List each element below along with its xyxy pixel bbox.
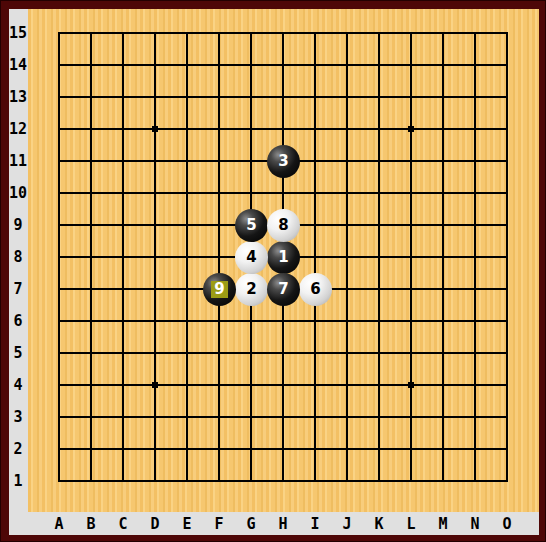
row-label-2: 2 xyxy=(8,440,28,458)
star-point-D12 xyxy=(152,126,158,132)
move-number: 7 xyxy=(278,282,288,297)
star-point-L4 xyxy=(408,382,414,388)
col-label-O: O xyxy=(495,514,519,534)
row-label-12: 12 xyxy=(8,120,28,138)
col-label-A: A xyxy=(47,514,71,534)
row-label-5: 5 xyxy=(8,344,28,362)
col-label-H: H xyxy=(271,514,295,534)
stone-black-3-H11[interactable]: 3 xyxy=(267,145,300,178)
go-board-window: 151413121110987654321 123456789 ABCDEFGH… xyxy=(0,0,546,542)
row-label-3: 3 xyxy=(8,408,28,426)
go-board[interactable]: 123456789 xyxy=(28,9,539,512)
col-label-B: B xyxy=(79,514,103,534)
row-label-8: 8 xyxy=(8,248,28,266)
move-number: 8 xyxy=(278,218,288,233)
col-label-C: C xyxy=(111,514,135,534)
row-label-11: 11 xyxy=(8,152,28,170)
star-point-L12 xyxy=(408,126,414,132)
col-label-L: L xyxy=(399,514,423,534)
col-label-G: G xyxy=(239,514,263,534)
col-label-I: I xyxy=(303,514,327,534)
col-label-M: M xyxy=(431,514,455,534)
col-label-K: K xyxy=(367,514,391,534)
row-label-15: 15 xyxy=(8,24,28,42)
move-number: 4 xyxy=(246,250,256,265)
row-label-6: 6 xyxy=(8,312,28,330)
row-label-7: 7 xyxy=(8,280,28,298)
board-grid[interactable]: 123456789 xyxy=(58,32,508,482)
move-number: 3 xyxy=(278,154,288,169)
stone-white-4-G8[interactable]: 4 xyxy=(235,241,268,274)
move-number: 6 xyxy=(310,282,320,297)
col-label-J: J xyxy=(335,514,359,534)
row-label-14: 14 xyxy=(8,56,28,74)
row-label-10: 10 xyxy=(8,184,28,202)
row-label-9: 9 xyxy=(8,216,28,234)
stone-white-2-G7[interactable]: 2 xyxy=(235,273,268,306)
move-number: 5 xyxy=(246,218,256,233)
row-label-1: 1 xyxy=(8,472,28,490)
move-number: 1 xyxy=(278,250,288,265)
move-number: 2 xyxy=(246,282,256,297)
col-label-N: N xyxy=(463,514,487,534)
stone-white-8-H9[interactable]: 8 xyxy=(267,209,300,242)
column-labels-strip: ABCDEFGHIJKLMNO xyxy=(9,512,539,535)
row-label-4: 4 xyxy=(8,376,28,394)
stone-black-5-G9[interactable]: 5 xyxy=(235,209,268,242)
last-move-number: 9 xyxy=(211,281,227,298)
star-point-D4 xyxy=(152,382,158,388)
col-label-D: D xyxy=(143,514,167,534)
row-labels-strip: 151413121110987654321 xyxy=(9,9,28,512)
stone-black-1-H8[interactable]: 1 xyxy=(267,241,300,274)
col-label-E: E xyxy=(175,514,199,534)
stone-white-6-I7[interactable]: 6 xyxy=(299,273,332,306)
row-label-13: 13 xyxy=(8,88,28,106)
col-label-F: F xyxy=(207,514,231,534)
board-area: 151413121110987654321 123456789 ABCDEFGH… xyxy=(9,9,539,535)
stone-black-7-H7[interactable]: 7 xyxy=(267,273,300,306)
stone-black-9-F7[interactable]: 9 xyxy=(203,273,236,306)
